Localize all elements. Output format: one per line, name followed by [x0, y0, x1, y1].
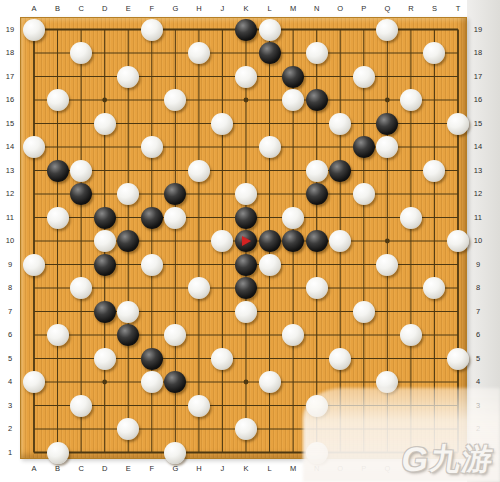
stone-P17	[353, 66, 375, 88]
row-label-left-1: 1	[2, 449, 18, 457]
stone-H8	[188, 277, 210, 299]
stone-S13	[423, 160, 445, 182]
row-label-right-18: 18	[470, 49, 486, 57]
stone-M17	[282, 66, 304, 88]
stone-O15	[329, 113, 351, 135]
stone-L9	[259, 254, 281, 276]
stone-D15	[94, 113, 116, 135]
col-label-top-F: F	[144, 5, 160, 13]
row-label-left-17: 17	[2, 73, 18, 81]
col-label-top-B: B	[50, 5, 66, 13]
stone-L18	[259, 42, 281, 64]
row-label-left-2: 2	[2, 425, 18, 433]
col-label-bottom-D: D	[97, 465, 113, 473]
col-label-top-O: O	[332, 5, 348, 13]
stone-F19	[141, 19, 163, 41]
col-label-bottom-L: L	[262, 465, 278, 473]
stone-N8	[306, 277, 328, 299]
row-label-right-7: 7	[470, 308, 486, 316]
stone-N18	[306, 42, 328, 64]
col-label-bottom-J: J	[214, 465, 230, 473]
stone-D9	[94, 254, 116, 276]
stone-D7	[94, 301, 116, 323]
col-label-bottom-E: E	[120, 465, 136, 473]
stone-N10	[306, 230, 328, 252]
row-label-right-17: 17	[470, 73, 486, 81]
row-label-left-13: 13	[2, 167, 18, 175]
stone-T10	[447, 230, 469, 252]
stone-D11	[94, 207, 116, 229]
stone-B1	[47, 442, 69, 464]
col-label-top-K: K	[238, 5, 254, 13]
stone-Q19	[376, 19, 398, 41]
stone-K11	[235, 207, 257, 229]
stone-H3	[188, 395, 210, 417]
row-label-left-5: 5	[2, 355, 18, 363]
row-label-right-9: 9	[470, 261, 486, 269]
row-label-left-10: 10	[2, 237, 18, 245]
row-label-left-6: 6	[2, 331, 18, 339]
stone-M16	[282, 89, 304, 111]
row-label-right-19: 19	[470, 26, 486, 34]
stone-H13	[188, 160, 210, 182]
row-label-right-14: 14	[470, 143, 486, 151]
col-label-top-J: J	[214, 5, 230, 13]
stone-O5	[329, 348, 351, 370]
row-label-left-7: 7	[2, 308, 18, 316]
row-label-right-12: 12	[470, 190, 486, 198]
stone-F5	[141, 348, 163, 370]
stone-K7	[235, 301, 257, 323]
col-label-bottom-H: H	[191, 465, 207, 473]
stone-F14	[141, 136, 163, 158]
col-label-top-G: G	[167, 5, 183, 13]
col-label-top-L: L	[262, 5, 278, 13]
stone-L19	[259, 19, 281, 41]
col-label-bottom-A: A	[26, 465, 42, 473]
stone-A14	[23, 136, 45, 158]
stone-K17	[235, 66, 257, 88]
col-label-top-P: P	[356, 5, 372, 13]
row-label-right-13: 13	[470, 167, 486, 175]
row-label-left-11: 11	[2, 214, 18, 222]
stone-J5	[211, 348, 233, 370]
row-label-left-14: 14	[2, 143, 18, 151]
stone-M11	[282, 207, 304, 229]
stone-P7	[353, 301, 375, 323]
stone-M10	[282, 230, 304, 252]
col-label-top-E: E	[120, 5, 136, 13]
row-label-right-15: 15	[470, 120, 486, 128]
stone-B13	[47, 160, 69, 182]
stone-H18	[188, 42, 210, 64]
stone-P14	[353, 136, 375, 158]
col-label-top-T: T	[450, 5, 466, 13]
stone-Q9	[376, 254, 398, 276]
last-move-marker-K10	[242, 236, 251, 246]
col-label-top-N: N	[309, 5, 325, 13]
col-label-bottom-B: B	[50, 465, 66, 473]
stone-N12	[306, 183, 328, 205]
stone-J15	[211, 113, 233, 135]
stone-C8	[70, 277, 92, 299]
go-board-screenshot: ABCDEFGHJKLMNOPQRST ABCDEFGHJKLMNOPQRST …	[0, 0, 500, 482]
row-label-right-16: 16	[470, 96, 486, 104]
stone-G11	[164, 207, 186, 229]
row-label-left-8: 8	[2, 284, 18, 292]
stone-C3	[70, 395, 92, 417]
stone-K9	[235, 254, 257, 276]
stone-E17	[117, 66, 139, 88]
row-label-right-11: 11	[470, 214, 486, 222]
stone-K19	[235, 19, 257, 41]
col-label-bottom-K: K	[238, 465, 254, 473]
stone-R16	[400, 89, 422, 111]
stone-C13	[70, 160, 92, 182]
stone-T5	[447, 348, 469, 370]
stone-B11	[47, 207, 69, 229]
stone-K12	[235, 183, 257, 205]
stone-D5	[94, 348, 116, 370]
col-label-top-H: H	[191, 5, 207, 13]
stone-K2	[235, 418, 257, 440]
stone-O13	[329, 160, 351, 182]
watermark-text: 九游	[428, 443, 496, 475]
col-label-bottom-M: M	[285, 465, 301, 473]
stone-F11	[141, 207, 163, 229]
col-label-top-Q: Q	[379, 5, 395, 13]
stone-R6	[400, 324, 422, 346]
row-label-right-4: 4	[470, 378, 486, 386]
row-label-right-10: 10	[470, 237, 486, 245]
stone-A9	[23, 254, 45, 276]
row-label-left-15: 15	[2, 120, 18, 128]
stone-N16	[306, 89, 328, 111]
stone-F9	[141, 254, 163, 276]
row-label-left-16: 16	[2, 96, 18, 104]
stone-Q15	[376, 113, 398, 135]
stone-A19	[23, 19, 45, 41]
stone-L14	[259, 136, 281, 158]
row-label-right-5: 5	[470, 355, 486, 363]
stone-B6	[47, 324, 69, 346]
row-label-right-6: 6	[470, 331, 486, 339]
watermark-logo: G 九游	[399, 442, 496, 476]
col-label-top-C: C	[73, 5, 89, 13]
col-label-top-S: S	[426, 5, 442, 13]
stone-R11	[400, 207, 422, 229]
stone-L10	[259, 230, 281, 252]
stone-P12	[353, 183, 375, 205]
col-label-top-R: R	[403, 5, 419, 13]
row-label-left-3: 3	[2, 402, 18, 410]
stone-C18	[70, 42, 92, 64]
stone-D10	[94, 230, 116, 252]
stone-M6	[282, 324, 304, 346]
row-label-left-18: 18	[2, 49, 18, 57]
stone-T15	[447, 113, 469, 135]
col-label-bottom-F: F	[144, 465, 160, 473]
stone-F4	[141, 371, 163, 393]
stone-G1	[164, 442, 186, 464]
stone-C12	[70, 183, 92, 205]
row-label-left-4: 4	[2, 378, 18, 386]
stone-A4	[23, 371, 45, 393]
col-label-top-A: A	[26, 5, 42, 13]
stone-K8	[235, 277, 257, 299]
row-label-left-9: 9	[2, 261, 18, 269]
col-label-bottom-C: C	[73, 465, 89, 473]
col-label-bottom-G: G	[167, 465, 183, 473]
row-label-left-12: 12	[2, 190, 18, 198]
jiuyou-g-icon: G	[399, 442, 430, 476]
row-label-left-19: 19	[2, 26, 18, 34]
row-label-right-8: 8	[470, 284, 486, 292]
stone-E7	[117, 301, 139, 323]
col-label-top-M: M	[285, 5, 301, 13]
stone-L4	[259, 371, 281, 393]
col-label-top-D: D	[97, 5, 113, 13]
stone-B16	[47, 89, 69, 111]
stone-N13	[306, 160, 328, 182]
